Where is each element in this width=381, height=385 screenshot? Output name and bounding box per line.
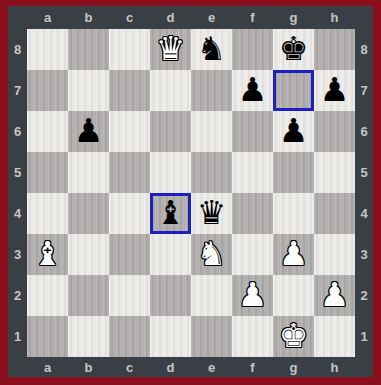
- square-d1[interactable]: [150, 316, 191, 357]
- square-e8[interactable]: ♞: [191, 29, 232, 70]
- square-c5[interactable]: [109, 152, 150, 193]
- square-f7[interactable]: ♟: [232, 70, 273, 111]
- square-d4[interactable]: ♝: [150, 193, 191, 234]
- square-d2[interactable]: [150, 275, 191, 316]
- rank-label-7: 7: [360, 84, 367, 97]
- square-e4[interactable]: ♛: [191, 193, 232, 234]
- square-h5[interactable]: [314, 152, 355, 193]
- piece-white-knight[interactable]: ♞: [197, 237, 227, 270]
- square-c4[interactable]: [109, 193, 150, 234]
- file-label-h: h: [331, 11, 339, 24]
- piece-black-pawn[interactable]: ♟: [238, 73, 268, 106]
- board-outer-frame: abcdefgh 87654321 ♛♞♚♟♟♟♟♝♛♝♞♟♟♟♚ 876543…: [0, 0, 381, 385]
- file-label-g: g: [290, 361, 298, 374]
- square-f3[interactable]: [232, 234, 273, 275]
- file-labels-bottom: abcdefgh: [27, 357, 355, 377]
- square-f4[interactable]: [232, 193, 273, 234]
- rank-label-8: 8: [360, 43, 367, 56]
- piece-black-bishop[interactable]: ♝: [156, 196, 186, 229]
- piece-white-bishop[interactable]: ♝: [33, 237, 63, 270]
- rank-label-2: 2: [14, 289, 21, 302]
- piece-black-king[interactable]: ♚: [279, 32, 309, 65]
- square-e5[interactable]: [191, 152, 232, 193]
- rank-label-1: 1: [14, 330, 21, 343]
- square-c1[interactable]: [109, 316, 150, 357]
- rank-label-7: 7: [14, 84, 21, 97]
- square-b1[interactable]: [68, 316, 109, 357]
- square-h1[interactable]: [314, 316, 355, 357]
- square-a7[interactable]: [27, 70, 68, 111]
- square-h7[interactable]: ♟: [314, 70, 355, 111]
- rank-labels-right: 87654321: [355, 29, 373, 357]
- rank-label-6: 6: [360, 125, 367, 138]
- square-g8[interactable]: ♚: [273, 29, 314, 70]
- square-e6[interactable]: [191, 111, 232, 152]
- square-g4[interactable]: [273, 193, 314, 234]
- square-h6[interactable]: [314, 111, 355, 152]
- file-label-d: d: [167, 11, 175, 24]
- square-h3[interactable]: [314, 234, 355, 275]
- file-label-f: f: [250, 11, 254, 24]
- square-g1[interactable]: ♚: [273, 316, 314, 357]
- file-label-a: a: [44, 11, 51, 24]
- square-a8[interactable]: [27, 29, 68, 70]
- square-c3[interactable]: [109, 234, 150, 275]
- square-b6[interactable]: ♟: [68, 111, 109, 152]
- square-a2[interactable]: [27, 275, 68, 316]
- square-c8[interactable]: [109, 29, 150, 70]
- piece-white-queen[interactable]: ♛: [156, 32, 186, 65]
- square-f2[interactable]: ♟: [232, 275, 273, 316]
- rank-label-4: 4: [360, 207, 367, 220]
- file-label-f: f: [250, 361, 254, 374]
- file-label-c: c: [126, 11, 133, 24]
- square-f5[interactable]: [232, 152, 273, 193]
- file-labels-top: abcdefgh: [27, 6, 355, 29]
- square-d6[interactable]: [150, 111, 191, 152]
- square-d3[interactable]: [150, 234, 191, 275]
- square-b4[interactable]: [68, 193, 109, 234]
- square-f1[interactable]: [232, 316, 273, 357]
- square-a3[interactable]: ♝: [27, 234, 68, 275]
- file-label-b: b: [85, 11, 93, 24]
- square-d8[interactable]: ♛: [150, 29, 191, 70]
- square-d5[interactable]: [150, 152, 191, 193]
- square-g7[interactable]: [273, 70, 314, 111]
- square-e7[interactable]: [191, 70, 232, 111]
- file-label-d: d: [167, 361, 175, 374]
- square-c6[interactable]: [109, 111, 150, 152]
- square-g6[interactable]: ♟: [273, 111, 314, 152]
- square-f8[interactable]: [232, 29, 273, 70]
- square-h4[interactable]: [314, 193, 355, 234]
- file-label-a: a: [44, 361, 51, 374]
- file-label-c: c: [126, 361, 133, 374]
- square-g3[interactable]: ♟: [273, 234, 314, 275]
- file-label-h: h: [331, 361, 339, 374]
- chess-board: ♛♞♚♟♟♟♟♝♛♝♞♟♟♟♚: [27, 29, 355, 357]
- square-a4[interactable]: [27, 193, 68, 234]
- piece-white-king[interactable]: ♚: [279, 319, 309, 352]
- square-e3[interactable]: ♞: [191, 234, 232, 275]
- piece-black-pawn[interactable]: ♟: [74, 114, 104, 147]
- square-b7[interactable]: [68, 70, 109, 111]
- square-c7[interactable]: [109, 70, 150, 111]
- piece-black-pawn[interactable]: ♟: [320, 73, 350, 106]
- file-label-e: e: [208, 11, 215, 24]
- square-g5[interactable]: [273, 152, 314, 193]
- square-d7[interactable]: [150, 70, 191, 111]
- rank-label-2: 2: [360, 289, 367, 302]
- square-f6[interactable]: [232, 111, 273, 152]
- square-h8[interactable]: [314, 29, 355, 70]
- rank-label-5: 5: [14, 166, 21, 179]
- square-c2[interactable]: [109, 275, 150, 316]
- rank-labels-left: 87654321: [8, 29, 27, 357]
- file-label-b: b: [85, 361, 93, 374]
- square-e2[interactable]: [191, 275, 232, 316]
- square-e1[interactable]: [191, 316, 232, 357]
- piece-white-pawn[interactable]: ♟: [238, 278, 268, 311]
- square-b2[interactable]: [68, 275, 109, 316]
- rank-label-6: 6: [14, 125, 21, 138]
- piece-black-knight[interactable]: ♞: [197, 32, 227, 65]
- square-a1[interactable]: [27, 316, 68, 357]
- rank-label-8: 8: [14, 43, 21, 56]
- piece-white-pawn[interactable]: ♟: [320, 278, 350, 311]
- rank-label-3: 3: [14, 248, 21, 261]
- square-a6[interactable]: [27, 111, 68, 152]
- square-h2[interactable]: ♟: [314, 275, 355, 316]
- piece-black-queen[interactable]: ♛: [197, 196, 227, 229]
- file-label-g: g: [290, 11, 298, 24]
- file-label-e: e: [208, 361, 215, 374]
- board-coordinate-frame: abcdefgh 87654321 ♛♞♚♟♟♟♟♝♛♝♞♟♟♟♚ 876543…: [8, 6, 373, 377]
- rank-label-3: 3: [360, 248, 367, 261]
- rank-label-1: 1: [360, 330, 367, 343]
- square-b5[interactable]: [68, 152, 109, 193]
- piece-black-pawn[interactable]: ♟: [279, 114, 309, 147]
- piece-white-pawn[interactable]: ♟: [279, 237, 309, 270]
- square-b3[interactable]: [68, 234, 109, 275]
- square-a5[interactable]: [27, 152, 68, 193]
- rank-label-4: 4: [14, 207, 21, 220]
- rank-label-5: 5: [360, 166, 367, 179]
- square-b8[interactable]: [68, 29, 109, 70]
- square-g2[interactable]: [273, 275, 314, 316]
